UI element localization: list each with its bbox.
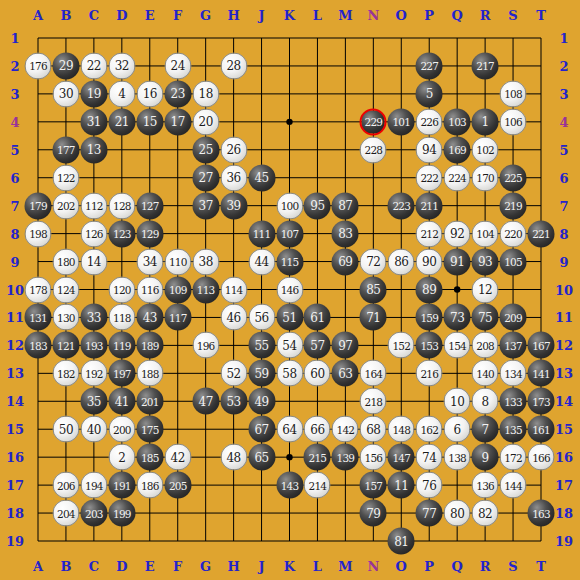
stone-R6[interactable]: 170	[472, 164, 499, 191]
stone-number: 37	[199, 199, 213, 213]
row-label-right-9: 9	[559, 255, 568, 268]
stone-K17[interactable]: 143	[276, 472, 303, 499]
stone-N18[interactable]: 79	[360, 500, 387, 527]
row-label-right-12: 12	[555, 339, 573, 352]
stone-L16[interactable]: 215	[304, 444, 331, 471]
stone-T16[interactable]: 166	[528, 444, 555, 471]
stone-K13[interactable]: 58	[276, 360, 303, 387]
stone-M9[interactable]: 69	[332, 248, 359, 275]
stone-number: 66	[310, 422, 324, 436]
stone-K8[interactable]: 107	[276, 220, 303, 247]
row-label-left-19: 19	[6, 535, 24, 548]
stone-number: 205	[169, 479, 187, 491]
stone-E16[interactable]: 185	[136, 444, 163, 471]
stone-B12[interactable]: 121	[52, 332, 79, 359]
stone-J12[interactable]: 55	[248, 332, 275, 359]
stone-P18[interactable]: 77	[416, 500, 443, 527]
stone-number: 86	[394, 255, 408, 269]
stone-N4[interactable]: 229	[360, 108, 387, 135]
stone-N9[interactable]: 72	[360, 248, 387, 275]
stone-K12[interactable]: 54	[276, 332, 303, 359]
stone-M13[interactable]: 63	[332, 360, 359, 387]
stone-N5[interactable]: 228	[360, 136, 387, 163]
stone-number: 200	[113, 423, 131, 435]
stone-H11[interactable]: 46	[220, 304, 247, 331]
stone-number: 108	[504, 88, 522, 100]
stone-D11[interactable]: 118	[108, 304, 135, 331]
row-label-left-5: 5	[10, 143, 19, 156]
stone-R10[interactable]: 12	[472, 276, 499, 303]
stone-number: 148	[392, 423, 410, 435]
stone-number: 93	[478, 255, 492, 269]
stone-R16[interactable]: 9	[472, 444, 499, 471]
stone-number: 44	[254, 255, 268, 269]
stone-number: 120	[113, 284, 131, 296]
stone-S16[interactable]: 172	[500, 444, 527, 471]
stone-Q12[interactable]: 154	[444, 332, 471, 359]
stone-number: 4	[118, 87, 125, 101]
stone-number: 194	[85, 479, 103, 491]
stone-number: 134	[504, 367, 522, 379]
stone-S14[interactable]: 133	[500, 388, 527, 415]
stone-K11[interactable]: 51	[276, 304, 303, 331]
col-label-bottom-P: P	[424, 560, 434, 573]
stone-number: 58	[282, 366, 296, 380]
stone-C3[interactable]: 19	[80, 80, 107, 107]
stone-Q9[interactable]: 91	[444, 248, 471, 275]
stone-B10[interactable]: 124	[52, 276, 79, 303]
stone-number: 42	[171, 450, 185, 464]
stone-F17[interactable]: 205	[164, 472, 191, 499]
stone-N17[interactable]: 157	[360, 472, 387, 499]
stone-D3[interactable]: 4	[108, 80, 135, 107]
stone-O4[interactable]: 101	[388, 108, 415, 135]
stone-P16[interactable]: 74	[416, 444, 443, 471]
stone-Q15[interactable]: 6	[444, 416, 471, 443]
stone-R5[interactable]: 102	[472, 136, 499, 163]
stone-number: 214	[309, 479, 327, 491]
stone-D16[interactable]: 2	[108, 444, 135, 471]
stone-H14[interactable]: 53	[220, 388, 247, 415]
stone-B6[interactable]: 122	[52, 164, 79, 191]
stone-E7[interactable]: 127	[136, 192, 163, 219]
stone-number: 219	[504, 200, 522, 212]
stone-C11[interactable]: 33	[80, 304, 107, 331]
stone-H2[interactable]: 28	[220, 52, 247, 79]
stone-A2[interactable]: 176	[25, 52, 52, 79]
stone-D15[interactable]: 200	[108, 416, 135, 443]
stone-number: 26	[226, 143, 240, 157]
stone-E3[interactable]: 16	[136, 80, 163, 107]
stone-L17[interactable]: 214	[304, 472, 331, 499]
stone-number: 69	[338, 255, 352, 269]
stone-number: 127	[141, 200, 159, 212]
stone-F4[interactable]: 17	[164, 108, 191, 135]
stone-B17[interactable]: 206	[52, 472, 79, 499]
stone-F2[interactable]: 24	[164, 52, 191, 79]
stone-A7[interactable]: 179	[25, 192, 52, 219]
stone-E17[interactable]: 186	[136, 472, 163, 499]
stone-T15[interactable]: 161	[528, 416, 555, 443]
stone-number: 128	[113, 200, 131, 212]
stone-R15[interactable]: 7	[472, 416, 499, 443]
stone-number: 2	[118, 450, 125, 464]
stone-D12[interactable]: 119	[108, 332, 135, 359]
stone-P3[interactable]: 5	[416, 80, 443, 107]
stone-E15[interactable]: 175	[136, 416, 163, 443]
stone-O12[interactable]: 152	[388, 332, 415, 359]
stone-number: 161	[532, 423, 550, 435]
stone-L15[interactable]: 66	[304, 416, 331, 443]
stone-number: 101	[392, 116, 410, 128]
row-label-left-14: 14	[6, 395, 24, 408]
stone-E12[interactable]: 189	[136, 332, 163, 359]
stone-number: 140	[476, 367, 494, 379]
stone-S7[interactable]: 219	[500, 192, 527, 219]
stone-number: 36	[226, 171, 240, 185]
stone-number: 47	[199, 394, 213, 408]
stone-R13[interactable]: 140	[472, 360, 499, 387]
stone-M12[interactable]: 97	[332, 332, 359, 359]
stone-number: 60	[310, 366, 324, 380]
stone-J8[interactable]: 111	[248, 220, 275, 247]
stone-B5[interactable]: 177	[52, 136, 79, 163]
stone-F3[interactable]: 23	[164, 80, 191, 107]
stone-K15[interactable]: 64	[276, 416, 303, 443]
stone-C5[interactable]: 13	[80, 136, 107, 163]
stone-L7[interactable]: 95	[304, 192, 331, 219]
stone-N13[interactable]: 164	[360, 360, 387, 387]
stone-L13[interactable]: 60	[304, 360, 331, 387]
stone-S4[interactable]: 106	[500, 108, 527, 135]
stone-P9[interactable]: 90	[416, 248, 443, 275]
col-label-bottom-C: C	[89, 560, 99, 573]
col-label-bottom-N: N	[367, 560, 379, 573]
row-label-left-10: 10	[6, 283, 24, 296]
stone-number: 43	[143, 310, 157, 324]
stone-B15[interactable]: 50	[52, 416, 79, 443]
stone-S15[interactable]: 135	[500, 416, 527, 443]
row-label-left-13: 13	[6, 367, 24, 380]
stone-B7[interactable]: 202	[52, 192, 79, 219]
stone-number: 224	[448, 172, 466, 184]
stone-P2[interactable]: 227	[416, 52, 443, 79]
stone-number: 172	[504, 451, 522, 463]
stone-C2[interactable]: 22	[80, 52, 107, 79]
stone-J16[interactable]: 65	[248, 444, 275, 471]
stone-J6[interactable]: 45	[248, 164, 275, 191]
col-label-bottom-F: F	[173, 560, 182, 573]
stone-C13[interactable]: 192	[80, 360, 107, 387]
stone-R2[interactable]: 217	[472, 52, 499, 79]
stone-Q14[interactable]: 10	[444, 388, 471, 415]
stone-R14[interactable]: 8	[472, 388, 499, 415]
stone-number: 209	[504, 311, 522, 323]
stone-T8[interactable]: 221	[528, 220, 555, 247]
stone-E13[interactable]: 188	[136, 360, 163, 387]
stone-F9[interactable]: 110	[164, 248, 191, 275]
stone-R18[interactable]: 82	[472, 500, 499, 527]
stone-R11[interactable]: 75	[472, 304, 499, 331]
stone-G6[interactable]: 27	[192, 164, 219, 191]
stone-number: 153	[420, 339, 438, 351]
row-label-right-13: 13	[555, 367, 573, 380]
stone-C8[interactable]: 126	[80, 220, 107, 247]
stone-B9[interactable]: 180	[52, 248, 79, 275]
stone-O17[interactable]: 11	[388, 472, 415, 499]
stone-H6[interactable]: 36	[220, 164, 247, 191]
stone-E14[interactable]: 201	[136, 388, 163, 415]
stone-number: 73	[450, 310, 464, 324]
stone-D17[interactable]: 191	[108, 472, 135, 499]
stone-D2[interactable]: 32	[108, 52, 135, 79]
row-label-left-7: 7	[10, 199, 19, 212]
stone-N15[interactable]: 68	[360, 416, 387, 443]
stone-R17[interactable]: 136	[472, 472, 499, 499]
stone-Q18[interactable]: 80	[444, 500, 471, 527]
stone-P10[interactable]: 89	[416, 276, 443, 303]
stone-B3[interactable]: 30	[52, 80, 79, 107]
stone-F16[interactable]: 42	[164, 444, 191, 471]
col-label-top-D: D	[116, 9, 127, 22]
row-label-left-16: 16	[6, 451, 24, 464]
stone-L12[interactable]: 57	[304, 332, 331, 359]
stone-O9[interactable]: 86	[388, 248, 415, 275]
stone-R9[interactable]: 93	[472, 248, 499, 275]
stone-E10[interactable]: 116	[136, 276, 163, 303]
stone-D4[interactable]: 21	[108, 108, 135, 135]
stone-number: 40	[87, 422, 101, 436]
stone-number: 197	[113, 367, 131, 379]
stone-number: 102	[476, 144, 494, 156]
row-label-left-6: 6	[10, 171, 19, 184]
stone-P4[interactable]: 226	[416, 108, 443, 135]
col-label-bottom-A: A	[33, 560, 43, 573]
stone-B13[interactable]: 182	[52, 360, 79, 387]
stone-R4[interactable]: 1	[472, 108, 499, 135]
stone-number: 81	[394, 534, 408, 548]
stone-C18[interactable]: 203	[80, 500, 107, 527]
row-label-right-8: 8	[559, 227, 568, 240]
stone-C14[interactable]: 35	[80, 388, 107, 415]
stone-S13[interactable]: 134	[500, 360, 527, 387]
stone-H16[interactable]: 48	[220, 444, 247, 471]
stone-C4[interactable]: 31	[80, 108, 107, 135]
stone-number: 177	[57, 144, 75, 156]
stone-P7[interactable]: 211	[416, 192, 443, 219]
col-label-bottom-T: T	[536, 560, 546, 573]
stone-Q4[interactable]: 103	[444, 108, 471, 135]
stone-H5[interactable]: 26	[220, 136, 247, 163]
stone-C12[interactable]: 193	[80, 332, 107, 359]
stone-number: 225	[504, 172, 522, 184]
stone-P17[interactable]: 76	[416, 472, 443, 499]
row-label-left-17: 17	[6, 479, 24, 492]
stone-M15[interactable]: 142	[332, 416, 359, 443]
stone-number: 83	[338, 227, 352, 241]
stone-number: 146	[281, 284, 299, 296]
stone-G3[interactable]: 18	[192, 80, 219, 107]
stone-L11[interactable]: 61	[304, 304, 331, 331]
stone-R12[interactable]: 208	[472, 332, 499, 359]
stone-number: 30	[59, 87, 73, 101]
stone-G7[interactable]: 37	[192, 192, 219, 219]
stone-N11[interactable]: 71	[360, 304, 387, 331]
stone-K10[interactable]: 146	[276, 276, 303, 303]
stone-D13[interactable]: 197	[108, 360, 135, 387]
stone-D10[interactable]: 120	[108, 276, 135, 303]
stone-S9[interactable]: 105	[500, 248, 527, 275]
stone-D14[interactable]: 41	[108, 388, 135, 415]
stone-P8[interactable]: 212	[416, 220, 443, 247]
stone-T18[interactable]: 163	[528, 500, 555, 527]
stone-G9[interactable]: 38	[192, 248, 219, 275]
stone-number: 5	[426, 87, 433, 101]
stone-number: 217	[476, 60, 494, 72]
row-label-right-4: 4	[559, 115, 568, 128]
stone-J14[interactable]: 49	[248, 388, 275, 415]
stone-H13[interactable]: 52	[220, 360, 247, 387]
stone-P12[interactable]: 153	[416, 332, 443, 359]
stone-C17[interactable]: 194	[80, 472, 107, 499]
col-label-top-E: E	[145, 9, 155, 22]
stone-J13[interactable]: 59	[248, 360, 275, 387]
stone-P5[interactable]: 94	[416, 136, 443, 163]
col-label-top-K: K	[284, 9, 295, 22]
stone-S6[interactable]: 225	[500, 164, 527, 191]
stone-Q16[interactable]: 138	[444, 444, 471, 471]
stone-B11[interactable]: 130	[52, 304, 79, 331]
stone-H7[interactable]: 39	[220, 192, 247, 219]
col-label-bottom-B: B	[60, 560, 71, 573]
stone-O15[interactable]: 148	[388, 416, 415, 443]
stone-N14[interactable]: 218	[360, 388, 387, 415]
stone-number: 199	[113, 507, 131, 519]
stone-number: 136	[476, 479, 494, 491]
stone-number: 76	[422, 478, 436, 492]
stone-G14[interactable]: 47	[192, 388, 219, 415]
stone-number: 39	[226, 199, 240, 213]
stone-S3[interactable]: 108	[500, 80, 527, 107]
row-label-left-4: 4	[10, 115, 19, 128]
star-point-K16	[286, 454, 292, 460]
stone-G10[interactable]: 113	[192, 276, 219, 303]
stone-N16[interactable]: 156	[360, 444, 387, 471]
stone-P13[interactable]: 216	[416, 360, 443, 387]
col-label-top-Q: Q	[451, 9, 462, 22]
stone-T12[interactable]: 167	[528, 332, 555, 359]
stone-E4[interactable]: 15	[136, 108, 163, 135]
stone-P11[interactable]: 159	[416, 304, 443, 331]
stone-H10[interactable]: 114	[220, 276, 247, 303]
stone-C15[interactable]: 40	[80, 416, 107, 443]
stone-number: 144	[504, 479, 522, 491]
stone-R8[interactable]: 104	[472, 220, 499, 247]
stone-C9[interactable]: 14	[80, 248, 107, 275]
row-label-left-3: 3	[10, 87, 19, 100]
stone-number: 77	[422, 506, 436, 520]
stone-O7[interactable]: 223	[388, 192, 415, 219]
star-point-Q10	[454, 286, 460, 292]
stone-G5[interactable]: 25	[192, 136, 219, 163]
stone-K9[interactable]: 115	[276, 248, 303, 275]
stone-C7[interactable]: 112	[80, 192, 107, 219]
col-label-bottom-Q: Q	[451, 560, 462, 573]
stone-number: 61	[310, 310, 324, 324]
stone-F10[interactable]: 109	[164, 276, 191, 303]
stone-J11[interactable]: 56	[248, 304, 275, 331]
stone-number: 115	[281, 256, 299, 268]
star-point-K4	[286, 119, 292, 125]
stone-number: 152	[392, 339, 410, 351]
row-label-right-5: 5	[559, 143, 568, 156]
stone-M8[interactable]: 83	[332, 220, 359, 247]
stone-A10[interactable]: 178	[25, 276, 52, 303]
stone-number: 215	[309, 451, 327, 463]
stone-F11[interactable]: 117	[164, 304, 191, 331]
stone-S17[interactable]: 144	[500, 472, 527, 499]
stone-number: 113	[197, 284, 215, 296]
stone-O16[interactable]: 147	[388, 444, 415, 471]
stone-B2[interactable]: 29	[52, 52, 79, 79]
stone-G4[interactable]: 20	[192, 108, 219, 135]
stone-E8[interactable]: 129	[136, 220, 163, 247]
stone-M7[interactable]: 87	[332, 192, 359, 219]
stone-S11[interactable]: 209	[500, 304, 527, 331]
stone-G12[interactable]: 196	[192, 332, 219, 359]
stone-E9[interactable]: 34	[136, 248, 163, 275]
stone-number: 122	[57, 172, 75, 184]
stone-A12[interactable]: 183	[25, 332, 52, 359]
stone-Q8[interactable]: 92	[444, 220, 471, 247]
stone-E11[interactable]: 43	[136, 304, 163, 331]
stone-Q6[interactable]: 224	[444, 164, 471, 191]
stone-number: 126	[85, 228, 103, 240]
stone-number: 175	[141, 423, 159, 435]
stone-B18[interactable]: 204	[52, 500, 79, 527]
row-label-right-10: 10	[555, 283, 573, 296]
stone-number: 46	[226, 310, 240, 324]
stone-M16[interactable]: 139	[332, 444, 359, 471]
stone-number: 23	[171, 87, 185, 101]
stone-O19[interactable]: 81	[388, 528, 415, 555]
stone-D7[interactable]: 128	[108, 192, 135, 219]
stone-Q11[interactable]: 73	[444, 304, 471, 331]
stone-S12[interactable]: 137	[500, 332, 527, 359]
row-label-right-15: 15	[555, 423, 573, 436]
stone-P15[interactable]: 162	[416, 416, 443, 443]
stone-D18[interactable]: 199	[108, 500, 135, 527]
stone-number: 29	[59, 59, 73, 73]
stone-S8[interactable]: 220	[500, 220, 527, 247]
stone-T13[interactable]: 141	[528, 360, 555, 387]
stone-Q5[interactable]: 169	[444, 136, 471, 163]
stone-number: 74	[422, 450, 436, 464]
stone-K7[interactable]: 100	[276, 192, 303, 219]
stone-T14[interactable]: 173	[528, 388, 555, 415]
stone-A8[interactable]: 198	[25, 220, 52, 247]
stone-A11[interactable]: 131	[25, 304, 52, 331]
stone-number: 162	[420, 423, 438, 435]
stone-D8[interactable]: 123	[108, 220, 135, 247]
stone-number: 117	[169, 311, 187, 323]
stone-P6[interactable]: 222	[416, 164, 443, 191]
stone-N10[interactable]: 85	[360, 276, 387, 303]
stone-J9[interactable]: 44	[248, 248, 275, 275]
stone-J15[interactable]: 67	[248, 416, 275, 443]
go-board[interactable]: AABBCCDDEEFFGGHHJJKKLLMMNNOOPPQQRRSSTT11…	[0, 0, 580, 580]
stone-number: 9	[482, 450, 489, 464]
